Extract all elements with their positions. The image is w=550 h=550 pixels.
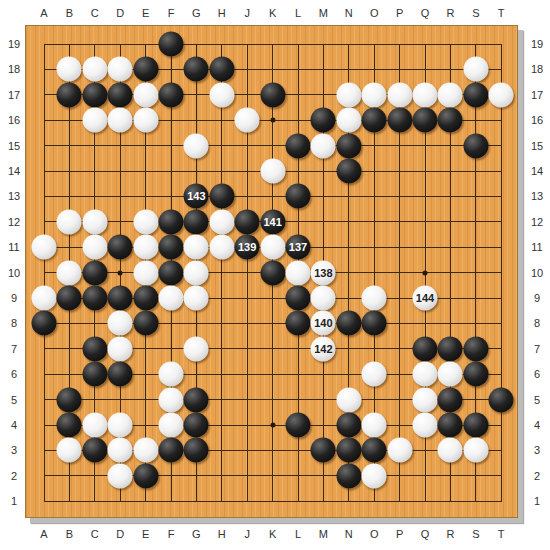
grid-line-vertical	[221, 44, 222, 502]
move-143-stone-G13: 143	[184, 184, 209, 209]
row-label-10-left: 10	[8, 267, 20, 279]
black-stone-N2	[336, 463, 361, 488]
row-label-14-right: 14	[531, 165, 543, 177]
white-stone-F5	[159, 387, 184, 412]
black-stone-E9	[133, 286, 158, 311]
row-label-12-right: 12	[531, 216, 543, 228]
black-stone-G18	[184, 57, 209, 82]
row-label-17-left: 17	[8, 89, 20, 101]
row-label-9-right: 9	[534, 292, 540, 304]
black-stone-C9	[82, 286, 107, 311]
column-label-G-top: G	[192, 7, 201, 19]
column-label-L-top: L	[295, 7, 301, 19]
black-stone-L9	[286, 286, 311, 311]
white-stone-P17	[387, 82, 412, 107]
column-label-J-bottom: J	[244, 528, 250, 540]
column-label-M-bottom: M	[319, 528, 328, 540]
column-label-F-bottom: F	[168, 528, 175, 540]
white-stone-D8	[108, 311, 133, 336]
black-stone-O16	[362, 108, 387, 133]
black-stone-S15	[463, 133, 488, 158]
column-label-Q-top: Q	[421, 7, 430, 19]
move-137-stone-L11: 137	[286, 235, 311, 260]
column-label-R-top: R	[446, 7, 454, 19]
black-stone-F10	[159, 260, 184, 285]
column-label-A-bottom: A	[40, 528, 47, 540]
black-stone-E18	[133, 57, 158, 82]
row-label-17-right: 17	[531, 89, 543, 101]
row-label-7-right: 7	[534, 343, 540, 355]
white-stone-Q4	[413, 413, 438, 438]
white-stone-G11	[184, 235, 209, 260]
black-stone-R5	[438, 387, 463, 412]
column-label-M-top: M	[319, 7, 328, 19]
white-stone-J16	[235, 108, 260, 133]
white-stone-R6	[438, 362, 463, 387]
go-game-diagram: 143141139137138144140142 ABCDEFGHJKLMNOP…	[0, 0, 550, 550]
column-label-Q-bottom: Q	[421, 528, 430, 540]
black-stone-E2	[133, 463, 158, 488]
black-stone-C6	[82, 362, 107, 387]
black-stone-N4	[336, 413, 361, 438]
move-144-stone-Q9: 144	[413, 286, 438, 311]
black-stone-S7	[463, 336, 488, 361]
column-label-N-top: N	[345, 7, 353, 19]
row-label-13-right: 13	[531, 190, 543, 202]
black-stone-B17	[57, 82, 82, 107]
black-stone-L4	[286, 413, 311, 438]
black-stone-L8	[286, 311, 311, 336]
grid-line-horizontal	[44, 145, 502, 146]
white-stone-A9	[32, 286, 57, 311]
white-stone-B10	[57, 260, 82, 285]
black-stone-F17	[159, 82, 184, 107]
white-stone-K14	[260, 159, 285, 184]
move-138-stone-M10: 138	[311, 260, 336, 285]
black-stone-B4	[57, 413, 82, 438]
column-label-H-bottom: H	[218, 528, 226, 540]
white-stone-Q17	[413, 82, 438, 107]
move-142-stone-M7: 142	[311, 336, 336, 361]
column-label-D-bottom: D	[116, 528, 124, 540]
column-label-C-bottom: C	[91, 528, 99, 540]
black-stone-C3	[82, 438, 107, 463]
white-stone-O6	[362, 362, 387, 387]
row-label-3-right: 3	[534, 444, 540, 456]
row-label-5-left: 5	[11, 394, 17, 406]
column-label-O-bottom: O	[370, 528, 379, 540]
black-stone-N14	[336, 159, 361, 184]
white-stone-B12	[57, 209, 82, 234]
row-label-10-right: 10	[531, 267, 543, 279]
column-label-E-top: E	[142, 7, 149, 19]
white-stone-H12	[209, 209, 234, 234]
white-stone-E12	[133, 209, 158, 234]
black-stone-R7	[438, 336, 463, 361]
white-stone-D7	[108, 336, 133, 361]
column-label-S-bottom: S	[472, 528, 479, 540]
black-stone-D6	[108, 362, 133, 387]
row-label-4-left: 4	[11, 419, 17, 431]
column-label-T-bottom: T	[498, 528, 505, 540]
black-stone-O3	[362, 438, 387, 463]
black-stone-S17	[463, 82, 488, 107]
star-point-K16	[270, 118, 275, 123]
white-stone-Q6	[413, 362, 438, 387]
column-label-H-top: H	[218, 7, 226, 19]
white-stone-D16	[108, 108, 133, 133]
white-stone-C4	[82, 413, 107, 438]
column-label-O-top: O	[370, 7, 379, 19]
white-stone-F4	[159, 413, 184, 438]
black-stone-D9	[108, 286, 133, 311]
go-board[interactable]: 143141139137138144140142	[25, 25, 518, 518]
white-stone-E3	[133, 438, 158, 463]
black-stone-O8	[362, 311, 387, 336]
black-stone-H13	[209, 184, 234, 209]
white-stone-L10	[286, 260, 311, 285]
black-stone-S6	[463, 362, 488, 387]
column-label-P-bottom: P	[396, 528, 403, 540]
black-stone-D11	[108, 235, 133, 260]
white-stone-S3	[463, 438, 488, 463]
row-label-5-right: 5	[534, 394, 540, 406]
white-stone-K11	[260, 235, 285, 260]
black-stone-Q7	[413, 336, 438, 361]
white-stone-B3	[57, 438, 82, 463]
white-stone-M15	[311, 133, 336, 158]
row-label-8-right: 8	[534, 317, 540, 329]
white-stone-H17	[209, 82, 234, 107]
white-stone-M9	[311, 286, 336, 311]
white-stone-E11	[133, 235, 158, 260]
column-label-C-top: C	[91, 7, 99, 19]
white-stone-R17	[438, 82, 463, 107]
white-stone-D3	[108, 438, 133, 463]
grid-line-horizontal	[44, 44, 502, 45]
column-label-F-top: F	[168, 7, 175, 19]
white-stone-N17	[336, 82, 361, 107]
black-stone-C17	[82, 82, 107, 107]
black-stone-F11	[159, 235, 184, 260]
white-stone-O17	[362, 82, 387, 107]
row-label-13-left: 13	[8, 190, 20, 202]
star-point-Q10	[423, 270, 428, 275]
column-label-A-top: A	[40, 7, 47, 19]
column-label-D-top: D	[116, 7, 124, 19]
row-label-9-left: 9	[11, 292, 17, 304]
white-stone-N16	[336, 108, 361, 133]
row-label-19-left: 19	[8, 38, 20, 50]
grid-line-horizontal	[44, 196, 502, 197]
white-stone-G15	[184, 133, 209, 158]
column-label-G-bottom: G	[192, 528, 201, 540]
row-label-2-right: 2	[534, 470, 540, 482]
white-stone-C11	[82, 235, 107, 260]
black-stone-L15	[286, 133, 311, 158]
white-stone-D2	[108, 463, 133, 488]
row-label-18-left: 18	[8, 63, 20, 75]
black-stone-K17	[260, 82, 285, 107]
move-141-stone-K12: 141	[260, 209, 285, 234]
black-stone-B9	[57, 286, 82, 311]
black-stone-M3	[311, 438, 336, 463]
row-label-1-right: 1	[534, 495, 540, 507]
column-label-T-top: T	[498, 7, 505, 19]
black-stone-G12	[184, 209, 209, 234]
black-stone-C7	[82, 336, 107, 361]
grid-line-vertical	[44, 44, 45, 502]
white-stone-C18	[82, 57, 107, 82]
black-stone-D17	[108, 82, 133, 107]
black-stone-L13	[286, 184, 311, 209]
row-label-11-left: 11	[8, 241, 19, 253]
white-stone-H11	[209, 235, 234, 260]
row-label-6-left: 6	[11, 368, 17, 380]
white-stone-E17	[133, 82, 158, 107]
black-stone-T5	[489, 387, 514, 412]
star-point-D10	[118, 270, 123, 275]
row-label-14-left: 14	[8, 165, 20, 177]
black-stone-Q16	[413, 108, 438, 133]
white-stone-E16	[133, 108, 158, 133]
black-stone-N3	[336, 438, 361, 463]
white-stone-C16	[82, 108, 107, 133]
black-stone-G5	[184, 387, 209, 412]
white-stone-Q5	[413, 387, 438, 412]
black-stone-R4	[438, 413, 463, 438]
row-label-7-left: 7	[11, 343, 17, 355]
row-label-15-left: 15	[8, 140, 20, 152]
row-label-16-right: 16	[531, 114, 543, 126]
row-label-19-right: 19	[531, 38, 543, 50]
row-label-2-left: 2	[11, 470, 17, 482]
black-stone-C10	[82, 260, 107, 285]
white-stone-G9	[184, 286, 209, 311]
white-stone-D4	[108, 413, 133, 438]
column-label-E-bottom: E	[142, 528, 149, 540]
column-label-B-top: B	[66, 7, 73, 19]
black-stone-P16	[387, 108, 412, 133]
black-stone-B5	[57, 387, 82, 412]
black-stone-J12	[235, 209, 260, 234]
black-stone-E8	[133, 311, 158, 336]
white-stone-R3	[438, 438, 463, 463]
white-stone-O9	[362, 286, 387, 311]
row-label-11-right: 11	[531, 241, 542, 253]
white-stone-A11	[32, 235, 57, 260]
row-label-4-right: 4	[534, 419, 540, 431]
column-label-R-bottom: R	[446, 528, 454, 540]
black-stone-G4	[184, 413, 209, 438]
white-stone-N5	[336, 387, 361, 412]
move-140-stone-M8: 140	[311, 311, 336, 336]
star-point-K4	[270, 423, 275, 428]
black-stone-S4	[463, 413, 488, 438]
black-stone-F12	[159, 209, 184, 234]
black-stone-N8	[336, 311, 361, 336]
black-stone-N15	[336, 133, 361, 158]
column-label-J-top: J	[244, 7, 250, 19]
white-stone-C12	[82, 209, 107, 234]
white-stone-O2	[362, 463, 387, 488]
row-label-15-right: 15	[531, 140, 543, 152]
white-stone-G10	[184, 260, 209, 285]
column-label-L-bottom: L	[295, 528, 301, 540]
black-stone-H18	[209, 57, 234, 82]
black-stone-K10	[260, 260, 285, 285]
white-stone-F6	[159, 362, 184, 387]
black-stone-G3	[184, 438, 209, 463]
white-stone-P3	[387, 438, 412, 463]
row-label-1-left: 1	[11, 495, 17, 507]
grid-line-horizontal	[44, 501, 502, 502]
black-stone-F3	[159, 438, 184, 463]
white-stone-F9	[159, 286, 184, 311]
row-label-3-left: 3	[11, 444, 17, 456]
move-139-stone-J11: 139	[235, 235, 260, 260]
black-stone-F19	[159, 32, 184, 57]
white-stone-S18	[463, 57, 488, 82]
row-label-16-left: 16	[8, 114, 20, 126]
column-label-K-top: K	[269, 7, 276, 19]
row-label-6-right: 6	[534, 368, 540, 380]
row-label-18-right: 18	[531, 63, 543, 75]
column-label-N-bottom: N	[345, 528, 353, 540]
white-stone-D18	[108, 57, 133, 82]
white-stone-T17	[489, 82, 514, 107]
column-label-P-top: P	[396, 7, 403, 19]
row-label-12-left: 12	[8, 216, 20, 228]
white-stone-B18	[57, 57, 82, 82]
column-label-K-bottom: K	[269, 528, 276, 540]
white-stone-G7	[184, 336, 209, 361]
column-label-S-top: S	[472, 7, 479, 19]
row-label-8-left: 8	[11, 317, 17, 329]
black-stone-A8	[32, 311, 57, 336]
white-stone-O4	[362, 413, 387, 438]
column-label-B-bottom: B	[66, 528, 73, 540]
black-stone-R16	[438, 108, 463, 133]
white-stone-E10	[133, 260, 158, 285]
black-stone-M16	[311, 108, 336, 133]
grid-line-vertical	[501, 44, 502, 502]
